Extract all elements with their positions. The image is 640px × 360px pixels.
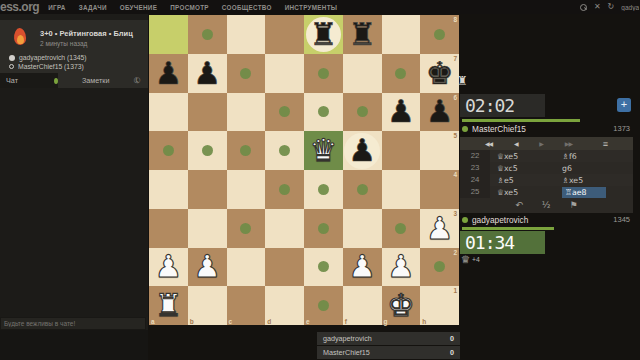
move-white-24[interactable]: ♗e5 — [497, 176, 555, 185]
piece-wp-f2[interactable]: ♟ — [343, 248, 382, 287]
piece-br-e8[interactable]: ♜ — [304, 15, 343, 54]
close-icon[interactable]: ✕ — [594, 3, 601, 11]
piece-bp-f5[interactable]: ♟ — [343, 131, 382, 170]
square-d7[interactable] — [265, 54, 304, 93]
square-f3[interactable] — [343, 209, 382, 248]
square-e3[interactable] — [304, 209, 343, 248]
score-row-gadyapetrovich: gadyapetrovich0 — [317, 332, 460, 345]
square-h7[interactable]: ♚7 — [420, 54, 459, 93]
square-b7[interactable]: ♟ — [188, 54, 227, 93]
player-row-black: MasterChief15 1373 — [462, 123, 632, 134]
square-b1[interactable]: b — [188, 286, 227, 325]
square-d6[interactable] — [265, 93, 304, 132]
coord-rank-2: 2 — [453, 249, 457, 256]
coord-rank-6: 6 — [453, 94, 457, 101]
square-g5[interactable] — [382, 131, 421, 170]
square-c1[interactable]: c — [227, 286, 266, 325]
square-c7[interactable] — [227, 54, 266, 93]
square-e5[interactable]: ♛ — [304, 131, 343, 170]
piece-wp-g2[interactable]: ♟ — [382, 248, 421, 287]
tab-chat[interactable]: Чат — [0, 73, 58, 88]
square-f2[interactable]: ♟ — [343, 248, 382, 287]
chess-board: ♜♜8♟♟♚7♟♟6♛♟54♟3♟♟♟♟2♜abcdef♚g1h — [149, 15, 459, 325]
move-row-25: 25♕xe5♖ae8 — [460, 186, 633, 198]
square-h1[interactable]: 1h — [420, 286, 459, 325]
coord-rank-3: 3 — [453, 210, 457, 217]
square-f7[interactable] — [343, 54, 382, 93]
game-info-card: 3+0 • Рейтинговая • Блиц 2 минуты назад … — [0, 20, 148, 73]
square-d2[interactable] — [265, 248, 304, 287]
resign-flag-button[interactable]: ⚑ — [570, 201, 578, 210]
move-black-22[interactable]: ♗f6 — [562, 152, 620, 161]
tab-notes-label: Заметки — [82, 76, 110, 85]
coord-file-e: e — [306, 318, 310, 325]
square-g4[interactable] — [382, 170, 421, 209]
captured-white-queen-icon: ♛ — [461, 254, 470, 265]
clock-black: 02:02 — [460, 94, 545, 117]
coord-file-g: g — [384, 318, 388, 325]
topbar-right: ✕ ↻ gadya — [580, 0, 640, 14]
square-f8[interactable]: ♜ — [343, 15, 382, 54]
piece-br-f8[interactable]: ♜ — [343, 15, 382, 54]
nav-next-icon[interactable]: ▶ — [539, 140, 543, 147]
player-rating-black: 1373 — [613, 124, 632, 133]
move-row-24: 24♗e5♗xe5 — [460, 174, 633, 186]
white-color-icon — [9, 55, 15, 61]
square-g2[interactable]: ♟ — [382, 248, 421, 287]
nav-first-icon[interactable]: ◀◀ — [485, 140, 492, 147]
square-a4[interactable] — [149, 170, 188, 209]
sidebar-player-black[interactable]: MasterChief15 (1373) — [9, 62, 87, 71]
square-b6[interactable] — [188, 93, 227, 132]
move-list-panel: ◀◀◀▶▶▶≡ 22♕xe5♗f623♕xc5g624♗e5♗xe525♕xe5… — [460, 137, 633, 213]
square-g1[interactable]: ♚g — [382, 286, 421, 325]
score-player-name: gadyapetrovich — [323, 334, 372, 343]
menu-item-задачи[interactable]: ЗАДАЧИ — [79, 4, 107, 11]
menu-item-сообщество[interactable]: СООБЩЕСТВО — [222, 4, 272, 11]
square-h2[interactable]: 2 — [420, 248, 459, 287]
move-number: 22 — [460, 150, 490, 162]
score-value: 0 — [450, 334, 454, 343]
coord-file-b: b — [190, 318, 194, 325]
square-a5[interactable] — [149, 131, 188, 170]
menu-item-обучение[interactable]: ОБУЧЕНИЕ — [120, 4, 157, 11]
square-d1[interactable]: d — [265, 286, 304, 325]
chat-messages-area — [0, 88, 148, 317]
square-h3[interactable]: ♟3 — [420, 209, 459, 248]
notifications-icon[interactable]: ↻ — [608, 3, 615, 11]
captured-white-rook-icon: ♜ — [457, 74, 468, 88]
coord-rank-7: 7 — [453, 55, 457, 62]
topbar-username[interactable]: gadya — [621, 4, 639, 11]
square-h5[interactable]: 5 — [420, 131, 459, 170]
top-nav-bar: ess.org ИГРАЗАДАЧИОБУЧЕНИЕПРОСМОТРСООБЩЕ… — [0, 0, 640, 14]
coord-file-d: d — [267, 318, 271, 325]
coord-file-c: c — [229, 318, 233, 325]
score-player-name: MasterChief15 — [323, 348, 370, 357]
square-g8[interactable] — [382, 15, 421, 54]
game-actions: ↶ ½ ⚑ — [460, 198, 633, 213]
tab-chat-label: Чат — [6, 76, 18, 85]
sidebar-player-name: gadyapetrovich (1345) — [19, 54, 87, 61]
square-b2[interactable]: ♟ — [188, 248, 227, 287]
site-logo[interactable]: ess.org — [0, 0, 39, 14]
square-e7[interactable] — [304, 54, 343, 93]
piece-wp-b2[interactable]: ♟ — [188, 248, 227, 287]
square-a6[interactable] — [149, 93, 188, 132]
square-c2[interactable] — [227, 248, 266, 287]
square-f6[interactable] — [343, 93, 382, 132]
piece-bp-g6[interactable]: ♟ — [382, 93, 421, 132]
move-row-23: 23♕xc5g6 — [460, 162, 633, 174]
time-bar-black — [462, 119, 580, 122]
move-nav-bar: ◀◀◀▶▶▶≡ — [460, 137, 633, 150]
menu-item-просмотр[interactable]: ПРОСМОТР — [170, 4, 209, 11]
square-d3[interactable] — [265, 209, 304, 248]
move-white-22[interactable]: ♕xe5 — [497, 152, 555, 161]
square-e8[interactable]: ♜ — [304, 15, 343, 54]
add-time-button[interactable]: + — [617, 98, 631, 112]
online-dot — [462, 126, 468, 132]
score-table: gadyapetrovich0MasterChief150 — [317, 332, 460, 360]
square-d4[interactable] — [265, 170, 304, 209]
coord-rank-5: 5 — [453, 132, 457, 139]
sidebar-bottom-area — [0, 330, 148, 360]
coord-rank-8: 8 — [453, 16, 457, 23]
game-time-ago: 2 минуты назад — [40, 40, 87, 47]
square-f4[interactable] — [343, 170, 382, 209]
square-h4[interactable]: 4 — [420, 170, 459, 209]
square-g7[interactable] — [382, 54, 421, 93]
score-value: 0 — [450, 348, 454, 357]
piece-wq-e5[interactable]: ♛ — [304, 131, 343, 170]
square-b8[interactable] — [188, 15, 227, 54]
square-e2[interactable] — [304, 248, 343, 287]
move-black-25[interactable]: ♖ae8 — [562, 187, 606, 198]
square-d5[interactable] — [265, 131, 304, 170]
game-players-list: gadyapetrovich (1345)MasterChief15 (1373… — [9, 53, 87, 71]
square-c4[interactable] — [227, 170, 266, 209]
phone-icon[interactable]: ✆ — [132, 75, 143, 86]
coord-file-f: f — [345, 318, 347, 325]
blitz-flame-icon — [11, 28, 29, 52]
move-white-25[interactable]: ♕xe5 — [497, 188, 555, 197]
move-number: 24 — [460, 174, 490, 186]
time-bar-white — [462, 227, 554, 230]
move-white-23[interactable]: ♕xc5 — [497, 164, 555, 173]
square-b3[interactable] — [188, 209, 227, 248]
square-c3[interactable] — [227, 209, 266, 248]
square-c6[interactable] — [227, 93, 266, 132]
move-black-23[interactable]: g6 — [562, 164, 620, 173]
coord-file-a: a — [151, 318, 155, 325]
square-a3[interactable] — [149, 209, 188, 248]
square-a8[interactable] — [149, 15, 188, 54]
app-window: ess.org ИГРАЗАДАЧИОБУЧЕНИЕПРОСМОТРСООБЩЕ… — [0, 0, 640, 360]
square-f5[interactable]: ♟ — [343, 131, 382, 170]
piece-bp-a7[interactable]: ♟ — [149, 54, 188, 93]
coord-rank-1: 1 — [453, 287, 457, 294]
black-color-icon — [9, 64, 14, 69]
nav-menu-icon[interactable]: ≡ — [603, 139, 608, 149]
square-d8[interactable] — [265, 15, 304, 54]
menu-item-игра[interactable]: ИГРА — [48, 4, 66, 11]
move-number: 25 — [460, 186, 490, 198]
online-dot — [462, 217, 468, 223]
game-type-label: 3+0 • Рейтинговая • Блиц — [40, 29, 133, 38]
nav-last-icon[interactable]: ▶▶ — [565, 140, 572, 147]
square-g3[interactable] — [382, 209, 421, 248]
move-number: 23 — [460, 162, 490, 174]
square-b4[interactable] — [188, 170, 227, 209]
sidebar-tabs: Чат Заметки ✆ — [0, 73, 148, 88]
advantage-label: +4 — [472, 256, 480, 263]
chat-input[interactable] — [0, 317, 146, 330]
tab-notes[interactable]: Заметки ✆ — [58, 73, 148, 88]
piece-wp-a2[interactable]: ♟ — [149, 248, 188, 287]
sidebar-player-white[interactable]: gadyapetrovich (1345) — [9, 53, 87, 62]
player-row-white: gadyapetrovich 1345 — [462, 214, 632, 225]
search-icon[interactable] — [580, 4, 587, 11]
coord-rank-4: 4 — [453, 171, 457, 178]
square-b5[interactable] — [188, 131, 227, 170]
draw-offer-button[interactable]: ½ — [542, 201, 551, 210]
move-row-22: 22♕xe5♗f6 — [460, 150, 633, 162]
score-row-MasterChief15: MasterChief150 — [317, 346, 460, 359]
material-advantage: ♛ +4 — [461, 254, 480, 265]
sidebar: 3+0 • Рейтинговая • Блиц 2 минуты назад … — [0, 14, 148, 360]
main-menu: ИГРАЗАДАЧИОБУЧЕНИЕПРОСМОТРСООБЩЕСТВОИНСТ… — [48, 4, 337, 11]
square-e4[interactable] — [304, 170, 343, 209]
square-a1[interactable]: ♜a — [149, 286, 188, 325]
clock-white-active: 01:34 — [460, 231, 545, 254]
piece-bp-b7[interactable]: ♟ — [188, 54, 227, 93]
move-black-24[interactable]: ♗xe5 — [562, 176, 620, 185]
square-h8[interactable]: 8 — [420, 15, 459, 54]
nav-prev-icon[interactable]: ◀ — [514, 140, 518, 147]
move-rows: 22♕xe5♗f623♕xc5g624♗e5♗xe525♕xe5♖ae8 — [460, 150, 633, 198]
sidebar-player-name: MasterChief15 (1373) — [18, 63, 84, 70]
player-rating-white: 1345 — [613, 215, 632, 224]
square-e1[interactable]: e — [304, 286, 343, 325]
coord-file-h: h — [422, 318, 426, 325]
square-a2[interactable]: ♟ — [149, 248, 188, 287]
square-c8[interactable] — [227, 15, 266, 54]
player-name-white[interactable]: gadyapetrovich — [472, 215, 609, 225]
square-f1[interactable]: f — [343, 286, 382, 325]
square-g6[interactable]: ♟ — [382, 93, 421, 132]
square-e6[interactable] — [304, 93, 343, 132]
square-a7[interactable]: ♟ — [149, 54, 188, 93]
menu-item-инструменты[interactable]: ИНСТРУМЕНТЫ — [285, 4, 338, 11]
player-name-black[interactable]: MasterChief15 — [472, 124, 609, 134]
takeback-button[interactable]: ↶ — [515, 201, 523, 210]
square-c5[interactable] — [227, 131, 266, 170]
square-h6[interactable]: ♟6 — [420, 93, 459, 132]
